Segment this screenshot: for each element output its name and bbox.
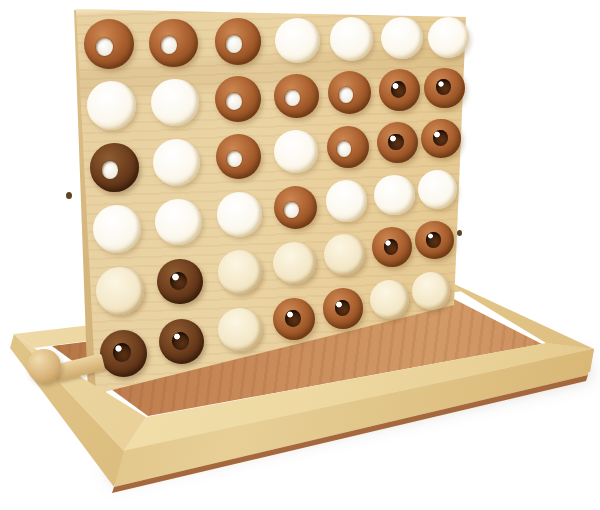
disc-r1c3-brown[interactable] — [215, 18, 262, 65]
hole-glint — [336, 301, 342, 307]
disc-r4c4-brown[interactable] — [274, 186, 317, 229]
disc-r2c1-cream[interactable] — [87, 81, 136, 130]
peg-hole — [384, 239, 399, 255]
peg-hole — [96, 38, 113, 57]
disc-r1c6-cream[interactable] — [381, 17, 423, 59]
disc-r4c3-cream[interactable] — [217, 192, 262, 237]
disc-r6c4-brown[interactable] — [273, 298, 315, 340]
peg-hole — [102, 161, 119, 179]
peg-hole — [170, 272, 187, 290]
disc-r1c7-cream[interactable] — [428, 17, 469, 58]
peg-hole — [388, 134, 403, 150]
disc-r1c5-cream[interactable] — [330, 17, 374, 61]
disc-r3c4-cream[interactable] — [274, 130, 318, 174]
connect-four-product-photo — [0, 0, 600, 510]
disc-r4c1-cream[interactable] — [93, 205, 141, 253]
disc-r6c3-cream[interactable] — [218, 308, 262, 352]
disc-r5c1-cream[interactable] — [96, 267, 144, 315]
disc-r3c2-cream[interactable] — [153, 139, 200, 186]
peg-hole — [285, 90, 300, 106]
peg-hole — [284, 202, 299, 218]
peg-hole — [436, 79, 451, 95]
peg-hole — [335, 300, 350, 316]
disc-r5c7-brown[interactable] — [415, 221, 454, 260]
disc-r2c5-brown[interactable] — [328, 71, 371, 114]
disc-r2c4-brown[interactable] — [274, 74, 318, 118]
disc-r3c1-brown[interactable] — [90, 143, 139, 192]
hole-glint — [115, 345, 122, 353]
hole-glint — [174, 333, 181, 340]
peg-hole — [113, 343, 130, 362]
disc-r2c3-brown[interactable] — [215, 76, 261, 122]
stand-peg-knob[interactable] — [27, 349, 61, 383]
peg-hole — [337, 141, 351, 157]
peg-hole — [227, 151, 242, 168]
hole-glint — [385, 240, 391, 246]
disc-r4c5-cream[interactable] — [326, 180, 368, 222]
disc-r6c2-brown[interactable] — [159, 319, 204, 364]
disc-r1c4-cream[interactable] — [275, 18, 320, 63]
disc-r4c2-cream[interactable] — [155, 199, 202, 246]
hole-glint — [172, 273, 179, 280]
peg-hole — [339, 87, 354, 103]
hole-glint — [428, 233, 434, 239]
peg-hole — [226, 35, 242, 52]
disc-r3c3-brown[interactable] — [216, 134, 261, 179]
disc-r5c5-cream[interactable] — [324, 234, 365, 275]
disc-r3c5-brown[interactable] — [327, 126, 369, 168]
disc-r1c1-brown[interactable] — [84, 19, 134, 69]
disc-r1c2-brown[interactable] — [149, 19, 197, 67]
disc-r6c7-cream[interactable] — [412, 272, 450, 310]
peg-hole — [226, 93, 242, 110]
disc-r2c7-brown[interactable] — [424, 68, 464, 108]
peg-hole — [426, 232, 440, 247]
disc-r5c4-cream[interactable] — [273, 242, 316, 285]
peg-hole — [391, 81, 406, 98]
disc-r3c6-brown[interactable] — [377, 122, 418, 163]
hole-glint — [392, 83, 398, 90]
disc-r5c2-brown[interactable] — [157, 259, 203, 305]
disc-r5c3-cream[interactable] — [218, 250, 262, 294]
disc-r2c6-brown[interactable] — [379, 69, 421, 111]
disc-r5c6-brown[interactable] — [372, 227, 412, 267]
disc-r6c1-brown[interactable] — [100, 330, 147, 377]
disc-r4c6-cream[interactable] — [374, 175, 414, 215]
disc-r2c2-cream[interactable] — [151, 79, 199, 127]
disc-r6c6-cream[interactable] — [370, 280, 409, 319]
peg-hole — [161, 36, 177, 54]
hole-glint — [287, 311, 293, 318]
disc-r6c5-brown[interactable] — [323, 288, 364, 329]
hole-glint — [438, 81, 444, 87]
peg-hole — [285, 310, 301, 327]
hole-glint — [434, 131, 440, 137]
hole-glint — [390, 135, 396, 142]
disc-r4c7-cream[interactable] — [418, 170, 457, 209]
peg-hole — [433, 130, 448, 146]
disc-r3c7-brown[interactable] — [421, 119, 461, 159]
peg-hole — [172, 332, 189, 350]
